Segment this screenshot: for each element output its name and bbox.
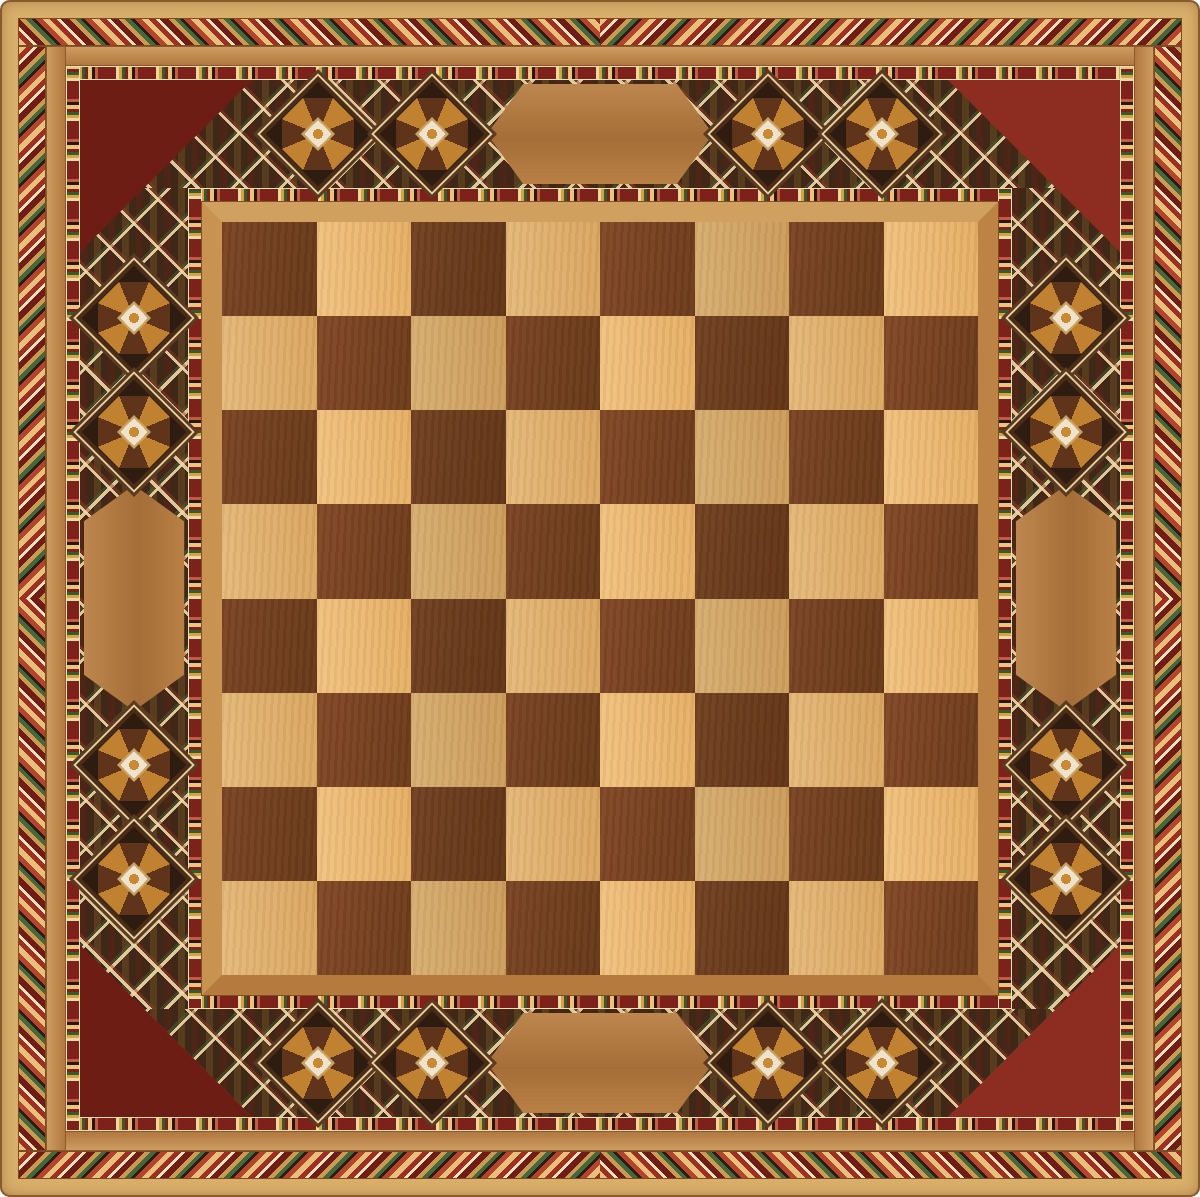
square-d7[interactable] <box>506 316 601 410</box>
square-c8[interactable] <box>411 222 506 316</box>
stripe-band-left-top-half <box>19 47 45 599</box>
square-g1[interactable] <box>789 881 884 975</box>
stripe-band-right-top-half <box>1155 47 1181 599</box>
tile-band-outer-bottom <box>66 1117 1134 1131</box>
square-h8[interactable] <box>884 222 979 316</box>
square-e6[interactable] <box>600 410 695 504</box>
square-a2[interactable] <box>222 787 317 881</box>
square-a6[interactable] <box>222 410 317 504</box>
square-g4[interactable] <box>789 599 884 693</box>
square-d8[interactable] <box>506 222 601 316</box>
square-a1[interactable] <box>222 881 317 975</box>
square-e1[interactable] <box>600 881 695 975</box>
square-a4[interactable] <box>222 599 317 693</box>
square-b2[interactable] <box>317 787 412 881</box>
square-g3[interactable] <box>789 693 884 787</box>
wood-band-right <box>1134 46 1154 1151</box>
square-e4[interactable] <box>600 599 695 693</box>
square-h3[interactable] <box>884 693 979 787</box>
square-f6[interactable] <box>695 410 790 504</box>
square-c7[interactable] <box>411 316 506 410</box>
square-d6[interactable] <box>506 410 601 504</box>
square-f1[interactable] <box>695 881 790 975</box>
stripe-band-bottom-left-half <box>19 1152 600 1178</box>
square-e5[interactable] <box>600 504 695 598</box>
square-h1[interactable] <box>884 881 979 975</box>
square-g5[interactable] <box>789 504 884 598</box>
square-a7[interactable] <box>222 316 317 410</box>
tile-band-outer-right <box>1120 66 1134 1131</box>
square-f2[interactable] <box>695 787 790 881</box>
stripe-band-right <box>1154 46 1182 1151</box>
stripe-band-top-right-half <box>600 19 1181 45</box>
stripe-band-left-bottom-half <box>19 599 45 1151</box>
square-b3[interactable] <box>317 693 412 787</box>
square-c1[interactable] <box>411 881 506 975</box>
square-h2[interactable] <box>884 787 979 881</box>
tile-band-outer-top <box>66 66 1134 80</box>
square-a3[interactable] <box>222 693 317 787</box>
square-d3[interactable] <box>506 693 601 787</box>
square-b4[interactable] <box>317 599 412 693</box>
square-e7[interactable] <box>600 316 695 410</box>
hexagon-panel-right <box>1016 485 1116 711</box>
tile-band-inner-left <box>188 188 202 1009</box>
checkerboard <box>222 222 978 975</box>
square-f8[interactable] <box>695 222 790 316</box>
square-f7[interactable] <box>695 316 790 410</box>
square-h4[interactable] <box>884 599 979 693</box>
hexagon-panel-top <box>487 84 713 184</box>
tile-band-outer-left <box>66 66 80 1131</box>
hexagon-panel-left <box>84 485 184 711</box>
square-b5[interactable] <box>317 504 412 598</box>
square-h7[interactable] <box>884 316 979 410</box>
square-c3[interactable] <box>411 693 506 787</box>
stripe-band-top <box>18 18 1182 46</box>
stripe-band-bottom-right-half <box>600 1152 1181 1178</box>
square-e8[interactable] <box>600 222 695 316</box>
square-f4[interactable] <box>695 599 790 693</box>
square-c5[interactable] <box>411 504 506 598</box>
square-g7[interactable] <box>789 316 884 410</box>
square-c4[interactable] <box>411 599 506 693</box>
tile-band-inner-top <box>188 188 1012 202</box>
square-d2[interactable] <box>506 787 601 881</box>
square-e2[interactable] <box>600 787 695 881</box>
wood-band-left <box>46 46 66 1151</box>
square-h6[interactable] <box>884 410 979 504</box>
square-b7[interactable] <box>317 316 412 410</box>
square-d5[interactable] <box>506 504 601 598</box>
square-b6[interactable] <box>317 410 412 504</box>
square-a8[interactable] <box>222 222 317 316</box>
square-b8[interactable] <box>317 222 412 316</box>
wood-band-bottom <box>46 1131 1154 1151</box>
square-c2[interactable] <box>411 787 506 881</box>
square-d4[interactable] <box>506 599 601 693</box>
square-b1[interactable] <box>317 881 412 975</box>
hexagon-panel-bottom <box>487 1013 713 1113</box>
square-g2[interactable] <box>789 787 884 881</box>
square-c6[interactable] <box>411 410 506 504</box>
square-g8[interactable] <box>789 222 884 316</box>
tile-band-inner-right <box>998 188 1012 1009</box>
stripe-band-top-left-half <box>19 19 600 45</box>
square-g6[interactable] <box>789 410 884 504</box>
square-h5[interactable] <box>884 504 979 598</box>
square-e3[interactable] <box>600 693 695 787</box>
chessboard-photo <box>0 0 1200 1197</box>
square-a5[interactable] <box>222 504 317 598</box>
stripe-band-right-bottom-half <box>1155 599 1181 1151</box>
wood-band-top <box>46 46 1154 66</box>
stripe-band-left <box>18 46 46 1151</box>
square-f3[interactable] <box>695 693 790 787</box>
stripe-band-bottom <box>18 1151 1182 1179</box>
square-f5[interactable] <box>695 504 790 598</box>
square-d1[interactable] <box>506 881 601 975</box>
